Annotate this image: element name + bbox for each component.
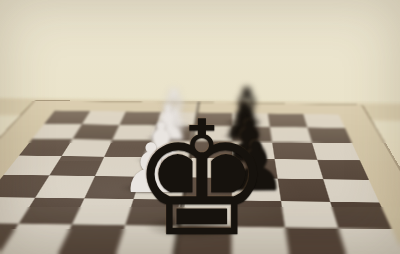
white-pawn-2: ♟ (135, 115, 186, 172)
black-pawn-3: ♟ (222, 97, 266, 146)
white-pawn-3: ♟ (146, 99, 190, 148)
chessboard-photo: ♝♝♟♟♟♟♟♟♚ (0, 0, 400, 254)
black-king: ♚ (131, 100, 273, 254)
black-bishop: ♝ (224, 81, 271, 133)
white-pawn-1-shadow (120, 183, 173, 193)
white-bishop-shadow (149, 121, 192, 129)
black-king-shadow (144, 215, 240, 239)
white-bishop: ♝ (149, 82, 198, 137)
black-pawn-2: ♟ (223, 113, 274, 170)
black-pawn-1-shadow (225, 181, 278, 191)
white-pawn-3-shadow (145, 135, 183, 142)
white-pawn-1: ♟ (121, 135, 182, 203)
black-pawn-2-shadow (223, 154, 267, 162)
black-pawn-3-shadow (221, 133, 259, 140)
white-pawn-2-shadow (135, 156, 179, 164)
pieces-layer: ♝♝♟♟♟♟♟♟♚ (0, 0, 400, 254)
black-pawn-1: ♟ (226, 133, 287, 201)
black-bishop-shadow (223, 118, 264, 125)
